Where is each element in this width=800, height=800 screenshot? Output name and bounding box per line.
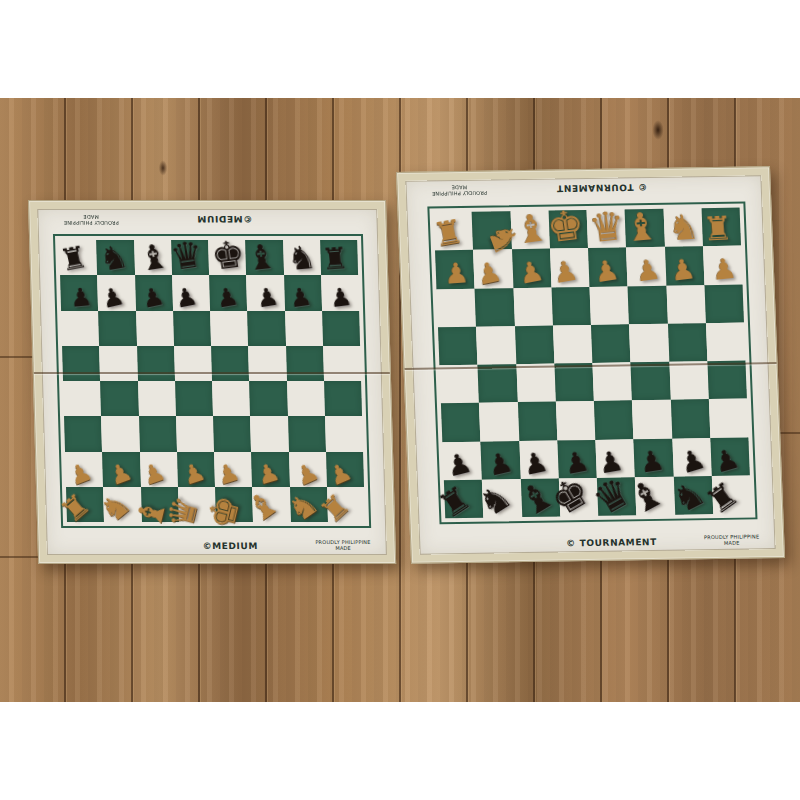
square-a2: ♟ (703, 246, 743, 285)
piece-black-queen: ♛ (168, 236, 206, 276)
square-f5 (248, 346, 286, 381)
square-b6 (670, 399, 710, 438)
square-h4 (438, 327, 478, 366)
piece-wood-knight: ♞ (666, 210, 700, 247)
square-f4 (249, 381, 287, 416)
square-f1: ♝ (510, 211, 550, 250)
piece-black-pawn: ♟ (710, 444, 742, 478)
square-a1: ♜ (701, 208, 741, 247)
square-g1: ♞ (290, 487, 328, 522)
square-a8: ♜ (59, 240, 97, 275)
square-g7: ♟ (481, 441, 521, 480)
square-c3 (628, 285, 668, 324)
piece-wood-pawn: ♟ (550, 256, 580, 288)
piece-black-pawn: ♟ (637, 446, 667, 478)
square-d2: ♟ (177, 452, 215, 487)
square-a6 (709, 399, 749, 438)
piece-black-pawn: ♟ (68, 284, 93, 311)
square-b2: ♟ (665, 246, 705, 285)
square-c7: ♟ (634, 438, 674, 477)
square-d1: ♛ (178, 487, 216, 522)
square-e8: ♚ (208, 240, 246, 275)
square-d6 (594, 401, 634, 440)
chessboard-medium: ©MEDIUM PROUDLY PHILIPPINE MADE ♜♞♝♛♚♝♞♜… (28, 200, 396, 564)
square-h8: ♜ (320, 240, 358, 275)
square-f8: ♝ (245, 240, 283, 275)
piece-wood-pawn: ♟ (443, 259, 471, 289)
square-a7: ♟ (710, 437, 750, 476)
square-a8: ♜ (712, 475, 752, 514)
square-h3 (437, 288, 477, 327)
square-b1: ♞ (103, 487, 141, 522)
square-b7: ♟ (97, 275, 135, 310)
square-a5 (707, 361, 747, 400)
square-f5 (516, 364, 556, 403)
brand-line: PROUDLY PHILIPPINE (315, 539, 370, 545)
piece-wood-pawn: ♟ (213, 458, 242, 488)
square-d4 (591, 324, 631, 363)
square-h8: ♜ (444, 479, 484, 518)
square-g2: ♟ (289, 452, 327, 487)
square-e3 (213, 416, 251, 451)
square-c2: ♟ (626, 247, 666, 286)
square-b8: ♞ (673, 476, 713, 515)
square-g8: ♞ (482, 479, 522, 518)
brand-text-bottom: PROUDLY PHILIPPINE MADE (315, 539, 371, 552)
square-a7: ♟ (60, 275, 98, 310)
square-b2: ♟ (102, 452, 140, 487)
square-c7: ♟ (135, 275, 173, 310)
piece-wood-pawn: ♟ (105, 458, 135, 489)
brand-line: MADE (704, 539, 759, 546)
piece-black-knight: ♞ (96, 240, 131, 276)
piece-black-pawn: ♟ (213, 283, 240, 312)
piece-wood-pawn: ♟ (516, 256, 546, 288)
square-d8: ♛ (597, 477, 637, 516)
square-a2: ♟ (65, 452, 103, 487)
piece-wood-pawn: ♟ (592, 256, 622, 288)
square-d5 (592, 362, 632, 401)
piece-wood-pawn: ♟ (474, 257, 505, 290)
square-c5 (631, 362, 671, 401)
square-b4 (667, 323, 707, 362)
square-c4 (138, 381, 176, 416)
board-size-label-bottom: © TOURNAMENT (566, 537, 657, 548)
piece-black-pawn: ♟ (287, 283, 313, 311)
square-a4 (706, 322, 746, 361)
playing-area-medium: ♜♞♝♛♚♝♞♜♟♟♟♟♟♟♟♟♟♟♟♟♟♟♟♟♜♞♝♛♚♝♞♜ (53, 234, 371, 528)
square-b1: ♞ (663, 208, 703, 247)
piece-wood-pawn: ♟ (668, 255, 697, 286)
square-a1: ♜ (66, 487, 104, 522)
square-e6 (210, 311, 248, 346)
square-g6 (285, 311, 323, 346)
square-c6 (136, 311, 174, 346)
square-f3 (250, 416, 288, 451)
square-b8: ♞ (96, 240, 134, 275)
piece-wood-king: ♚ (544, 205, 586, 250)
square-f3 (513, 287, 553, 326)
square-b7: ♟ (672, 438, 712, 477)
square-c8: ♝ (635, 476, 675, 515)
square-f8: ♝ (520, 478, 560, 517)
square-g4 (287, 381, 325, 416)
square-b5 (669, 361, 709, 400)
board-grid-medium: ♜♞♝♛♚♝♞♜♟♟♟♟♟♟♟♟♟♟♟♟♟♟♟♟♜♞♝♛♚♝♞♜ (59, 240, 365, 522)
square-c2: ♟ (140, 452, 178, 487)
brand-text-top: PROUDLY PHILIPPINE MADE (431, 184, 487, 197)
square-g5 (478, 364, 518, 403)
piece-wood-rook: ♜ (431, 214, 466, 252)
square-h6 (441, 403, 481, 442)
square-d6 (173, 311, 211, 346)
square-c5 (137, 346, 175, 381)
square-h1: ♜ (327, 487, 365, 522)
brand-line: PROUDLY PHILIPPINE (64, 219, 119, 225)
brand-line: MADE (315, 545, 370, 551)
piece-black-pawn: ♟ (173, 283, 200, 312)
piece-wood-queen: ♛ (587, 205, 628, 248)
square-c4 (629, 324, 669, 363)
square-c3 (139, 416, 177, 451)
piece-wood-pawn: ♟ (292, 458, 323, 490)
piece-black-rook: ♜ (320, 243, 350, 275)
square-e1: ♚ (215, 487, 253, 522)
piece-wood-pawn: ♟ (710, 254, 738, 284)
piece-wood-rook: ♜ (55, 488, 95, 528)
square-e1: ♚ (548, 210, 588, 249)
square-c1: ♝ (625, 209, 665, 248)
square-b5 (99, 346, 137, 381)
square-g5 (286, 346, 324, 381)
square-e5 (554, 363, 594, 402)
square-f7: ♟ (246, 275, 284, 310)
piece-black-pawn: ♟ (254, 283, 281, 311)
square-g3 (288, 416, 326, 451)
square-a3 (64, 416, 102, 451)
board-surface-medium: ©MEDIUM PROUDLY PHILIPPINE MADE ♜♞♝♛♚♝♞♜… (37, 209, 387, 555)
square-e3 (551, 286, 591, 325)
square-d8: ♛ (171, 240, 209, 275)
piece-black-pawn: ♟ (676, 444, 709, 478)
square-h4 (324, 381, 362, 416)
piece-wood-pawn: ♟ (65, 458, 95, 489)
piece-black-bishop: ♝ (136, 238, 172, 276)
brand-text-top: PROUDLY PHILIPPINE MADE (63, 213, 119, 226)
piece-black-knight: ♞ (286, 241, 318, 275)
square-g7: ♟ (284, 275, 322, 310)
board-size-label-top: © TOURNAMENT (556, 182, 647, 193)
square-h6 (322, 311, 360, 346)
square-g2: ♟ (473, 249, 513, 288)
square-g4 (476, 326, 516, 365)
piece-black-pawn: ♟ (99, 283, 127, 312)
piece-black-pawn: ♟ (328, 283, 354, 311)
square-d3 (589, 286, 629, 325)
piece-wood-bishop: ♝ (623, 207, 661, 248)
chessboard-tournament: © TOURNAMENT PROUDLY PHILIPPINE MADE ♜♞♝… (396, 166, 785, 564)
square-e7: ♟ (209, 275, 247, 310)
piece-black-bishop: ♝ (244, 239, 279, 276)
square-f6 (247, 311, 285, 346)
square-h7: ♟ (321, 275, 359, 310)
square-f2: ♟ (512, 249, 552, 288)
piece-wood-pawn: ♟ (325, 458, 356, 490)
board-surface-tournament: © TOURNAMENT PROUDLY PHILIPPINE MADE ♜♞♝… (405, 175, 775, 554)
square-e2: ♟ (214, 452, 252, 487)
piece-black-pawn: ♟ (485, 448, 516, 481)
square-e4 (212, 381, 250, 416)
square-b3 (666, 285, 706, 324)
piece-black-pawn: ♟ (443, 448, 475, 481)
piece-wood-pawn: ♟ (254, 458, 283, 488)
brand-text-bottom: PROUDLY PHILIPPINE MADE (704, 533, 760, 546)
square-e6 (556, 401, 596, 440)
square-e7: ♟ (557, 439, 597, 478)
square-a6 (61, 311, 99, 346)
square-d2: ♟ (588, 248, 628, 287)
square-g1: ♞ (472, 211, 512, 250)
square-d4 (175, 381, 213, 416)
square-a4 (63, 381, 101, 416)
square-b6 (98, 311, 136, 346)
fold-line (34, 372, 390, 374)
square-h3 (325, 416, 363, 451)
piece-black-pawn: ♟ (139, 283, 167, 312)
square-f7: ♟ (519, 440, 559, 479)
piece-wood-rook: ♜ (702, 211, 734, 245)
square-b3 (101, 416, 139, 451)
piece-black-pawn: ♟ (561, 447, 591, 479)
piece-wood-bishop: ♝ (511, 208, 551, 250)
brand-line: MADE (63, 213, 118, 219)
square-h7: ♟ (442, 441, 482, 480)
square-c1: ♝ (141, 487, 179, 522)
square-f6 (517, 402, 557, 441)
brand-line: PROUDLY PHILIPPINE (432, 190, 487, 197)
wood-table-surface: ©MEDIUM PROUDLY PHILIPPINE MADE ♜♞♝♛♚♝♞♜… (0, 98, 800, 702)
square-d5 (174, 346, 212, 381)
square-h2: ♟ (326, 452, 364, 487)
square-h2: ♟ (435, 250, 475, 289)
square-c8: ♝ (134, 240, 172, 275)
piece-black-rook: ♜ (57, 242, 90, 277)
square-d1: ♛ (587, 209, 627, 248)
square-e8: ♚ (559, 478, 599, 517)
square-h5 (323, 346, 361, 381)
square-f1: ♝ (252, 487, 290, 522)
piece-black-king: ♚ (208, 235, 246, 276)
square-e2: ♟ (550, 248, 590, 287)
square-f2: ♟ (251, 452, 289, 487)
piece-black-rook: ♜ (433, 480, 476, 524)
square-a3 (704, 284, 744, 323)
square-g6 (479, 402, 519, 441)
square-e5 (211, 346, 249, 381)
square-g8: ♞ (283, 240, 321, 275)
square-c6 (632, 400, 672, 439)
piece-wood-pawn: ♟ (139, 458, 169, 489)
square-h1: ♜ (434, 212, 474, 251)
piece-black-pawn: ♟ (520, 448, 551, 481)
square-b4 (100, 381, 138, 416)
piece-wood-pawn: ♟ (180, 458, 210, 489)
square-a5 (62, 346, 100, 381)
square-g3 (475, 288, 515, 327)
piece-black-pawn: ♟ (596, 447, 626, 479)
square-d7: ♟ (595, 439, 635, 478)
square-f4 (514, 325, 554, 364)
square-d7: ♟ (172, 275, 210, 310)
square-d3 (176, 416, 214, 451)
board-size-label-bottom: ©MEDIUM (202, 541, 258, 551)
square-e4 (553, 325, 593, 364)
piece-wood-pawn: ♟ (633, 255, 662, 286)
square-h5 (439, 365, 479, 404)
board-size-label-top: ©MEDIUM (197, 214, 253, 224)
